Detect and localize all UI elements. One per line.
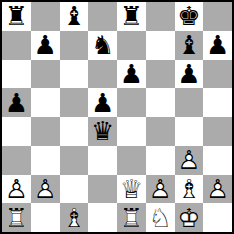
square-b3[interactable] bbox=[31, 146, 60, 175]
square-h7[interactable]: ♟ bbox=[203, 31, 232, 60]
white-bishop-outline: ♗ bbox=[177, 175, 200, 204]
black-pawn-outline: ♟ bbox=[120, 60, 143, 89]
square-h3[interactable] bbox=[203, 146, 232, 175]
white-queen-outline: ♕ bbox=[120, 175, 143, 204]
black-pawn-outline: ♟ bbox=[177, 60, 200, 89]
square-g4[interactable] bbox=[175, 117, 204, 146]
square-c2[interactable] bbox=[60, 175, 89, 204]
white-rook: ♜♖ bbox=[5, 205, 28, 231]
square-e3[interactable] bbox=[117, 146, 146, 175]
square-g7[interactable]: ♝ bbox=[175, 31, 204, 60]
square-a5[interactable]: ♟ bbox=[2, 88, 31, 117]
square-b6[interactable] bbox=[31, 60, 60, 89]
square-b7[interactable]: ♟ bbox=[31, 31, 60, 60]
square-e5[interactable] bbox=[117, 88, 146, 117]
square-g5[interactable] bbox=[175, 88, 204, 117]
square-a7[interactable] bbox=[2, 31, 31, 60]
square-d8[interactable] bbox=[88, 2, 117, 31]
white-pawn: ♟♙ bbox=[206, 176, 229, 202]
black-bishop: ♝ bbox=[62, 3, 85, 29]
black-queen-outline: ♛ bbox=[91, 117, 114, 146]
square-f3[interactable] bbox=[146, 146, 175, 175]
square-a4[interactable] bbox=[2, 117, 31, 146]
black-pawn: ♟ bbox=[5, 90, 28, 116]
white-king: ♚♔ bbox=[177, 205, 200, 231]
square-a1[interactable]: ♜♖ bbox=[2, 203, 31, 232]
square-f1[interactable]: ♞♘ bbox=[146, 203, 175, 232]
square-f7[interactable] bbox=[146, 31, 175, 60]
white-knight-outline: ♘ bbox=[148, 203, 171, 232]
black-knight: ♞ bbox=[91, 32, 114, 58]
square-d2[interactable] bbox=[88, 175, 117, 204]
square-g3[interactable]: ♟♙ bbox=[175, 146, 204, 175]
white-pawn-outline: ♙ bbox=[148, 175, 171, 204]
square-d7[interactable]: ♞ bbox=[88, 31, 117, 60]
square-a6[interactable] bbox=[2, 60, 31, 89]
square-c6[interactable] bbox=[60, 60, 89, 89]
white-pawn: ♟♙ bbox=[5, 176, 28, 202]
square-g1[interactable]: ♚♔ bbox=[175, 203, 204, 232]
white-rook-outline: ♖ bbox=[5, 203, 28, 232]
black-pawn-outline: ♟ bbox=[33, 31, 56, 60]
square-d3[interactable] bbox=[88, 146, 117, 175]
black-bishop-outline: ♝ bbox=[62, 2, 85, 31]
square-c1[interactable]: ♝♗ bbox=[60, 203, 89, 232]
square-c7[interactable] bbox=[60, 31, 89, 60]
black-bishop: ♝ bbox=[177, 32, 200, 58]
square-h4[interactable] bbox=[203, 117, 232, 146]
black-bishop-outline: ♝ bbox=[177, 31, 200, 60]
square-f4[interactable] bbox=[146, 117, 175, 146]
square-a2[interactable]: ♟♙ bbox=[2, 175, 31, 204]
square-g2[interactable]: ♝♗ bbox=[175, 175, 204, 204]
black-pawn: ♟ bbox=[91, 90, 114, 116]
square-e1[interactable]: ♜♖ bbox=[117, 203, 146, 232]
black-rook: ♜ bbox=[5, 3, 28, 29]
white-pawn-outline: ♙ bbox=[33, 175, 56, 204]
chess-board: ♜♝♜♚♟♞♝♟♟♟♟♟♛♟♙♟♙♟♙♛♕♟♙♝♗♟♙♜♖♝♗♜♖♞♘♚♔ bbox=[0, 0, 234, 234]
white-pawn: ♟♙ bbox=[148, 176, 171, 202]
square-a8[interactable]: ♜ bbox=[2, 2, 31, 31]
square-h5[interactable] bbox=[203, 88, 232, 117]
black-king-outline: ♚ bbox=[177, 2, 200, 31]
square-e8[interactable]: ♜ bbox=[117, 2, 146, 31]
black-pawn: ♟ bbox=[120, 61, 143, 87]
square-d5[interactable]: ♟ bbox=[88, 88, 117, 117]
square-g6[interactable]: ♟ bbox=[175, 60, 204, 89]
square-e7[interactable] bbox=[117, 31, 146, 60]
white-knight: ♞♘ bbox=[148, 205, 171, 231]
square-f6[interactable] bbox=[146, 60, 175, 89]
square-f2[interactable]: ♟♙ bbox=[146, 175, 175, 204]
square-b4[interactable] bbox=[31, 117, 60, 146]
black-queen: ♛ bbox=[91, 118, 114, 144]
black-pawn-outline: ♟ bbox=[5, 88, 28, 117]
black-rook: ♜ bbox=[120, 3, 143, 29]
square-h8[interactable] bbox=[203, 2, 232, 31]
black-rook-outline: ♜ bbox=[5, 2, 28, 31]
black-pawn: ♟ bbox=[177, 61, 200, 87]
square-f8[interactable] bbox=[146, 2, 175, 31]
black-king: ♚ bbox=[177, 3, 200, 29]
square-h6[interactable] bbox=[203, 60, 232, 89]
white-pawn: ♟♙ bbox=[177, 147, 200, 173]
white-rook: ♜♖ bbox=[120, 205, 143, 231]
square-d6[interactable] bbox=[88, 60, 117, 89]
square-c4[interactable] bbox=[60, 117, 89, 146]
square-c3[interactable] bbox=[60, 146, 89, 175]
square-e2[interactable]: ♛♕ bbox=[117, 175, 146, 204]
square-c8[interactable]: ♝ bbox=[60, 2, 89, 31]
black-knight-outline: ♞ bbox=[91, 31, 114, 60]
black-pawn: ♟ bbox=[206, 32, 229, 58]
square-c5[interactable] bbox=[60, 88, 89, 117]
white-pawn-outline: ♙ bbox=[206, 175, 229, 204]
square-b2[interactable]: ♟♙ bbox=[31, 175, 60, 204]
black-pawn-outline: ♟ bbox=[91, 88, 114, 117]
black-pawn: ♟ bbox=[33, 32, 56, 58]
square-d1[interactable] bbox=[88, 203, 117, 232]
white-pawn-outline: ♙ bbox=[177, 146, 200, 175]
black-pawn-outline: ♟ bbox=[206, 31, 229, 60]
square-b5[interactable] bbox=[31, 88, 60, 117]
black-rook-outline: ♜ bbox=[120, 2, 143, 31]
square-g8[interactable]: ♚ bbox=[175, 2, 204, 31]
square-f5[interactable] bbox=[146, 88, 175, 117]
square-h2[interactable]: ♟♙ bbox=[203, 175, 232, 204]
square-e4[interactable] bbox=[117, 117, 146, 146]
white-bishop: ♝♗ bbox=[62, 205, 85, 231]
square-b1[interactable] bbox=[31, 203, 60, 232]
white-bishop-outline: ♗ bbox=[62, 203, 85, 232]
square-d4[interactable]: ♛ bbox=[88, 117, 117, 146]
white-pawn-outline: ♙ bbox=[5, 175, 28, 204]
square-e6[interactable]: ♟ bbox=[117, 60, 146, 89]
white-king-outline: ♔ bbox=[177, 203, 200, 232]
square-b8[interactable] bbox=[31, 2, 60, 31]
square-h1[interactable] bbox=[203, 203, 232, 232]
white-queen: ♛♕ bbox=[120, 176, 143, 202]
white-rook-outline: ♖ bbox=[120, 203, 143, 232]
white-bishop: ♝♗ bbox=[177, 176, 200, 202]
white-pawn: ♟♙ bbox=[33, 176, 56, 202]
square-a3[interactable] bbox=[2, 146, 31, 175]
